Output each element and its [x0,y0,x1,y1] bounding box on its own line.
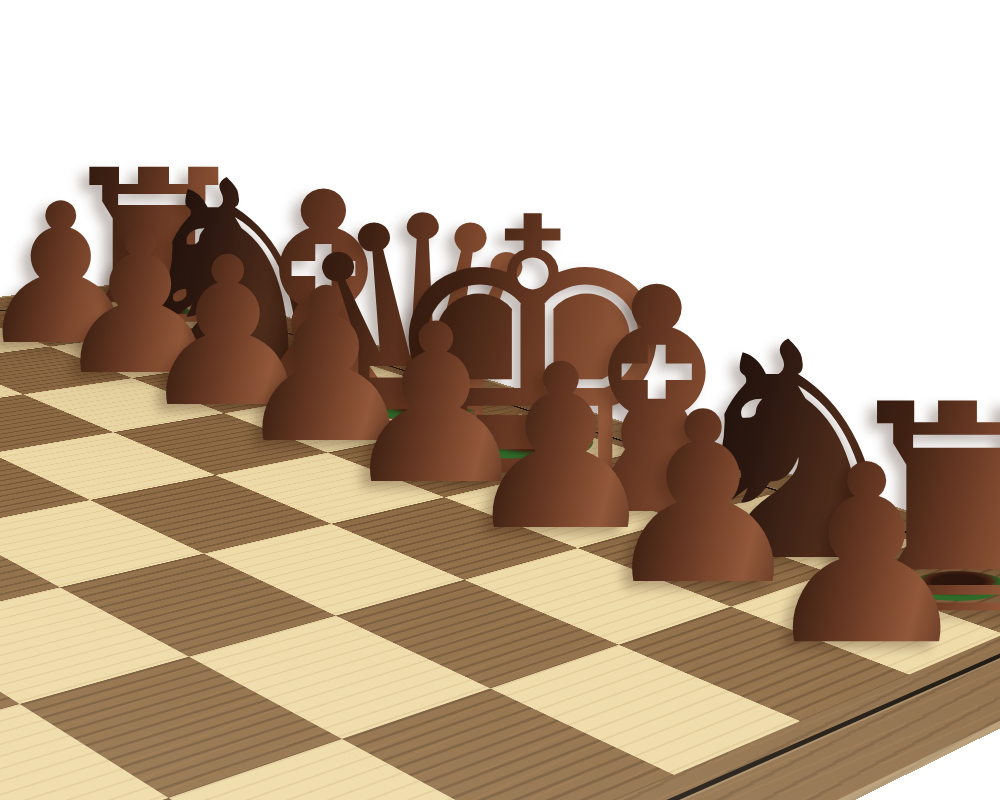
black-pawn-icon: ♟ [743,433,990,680]
chess-set-photo: ♜♞♝♛♚♝♞♜♟♟♟♟♟♟♟♟ [0,0,1000,800]
